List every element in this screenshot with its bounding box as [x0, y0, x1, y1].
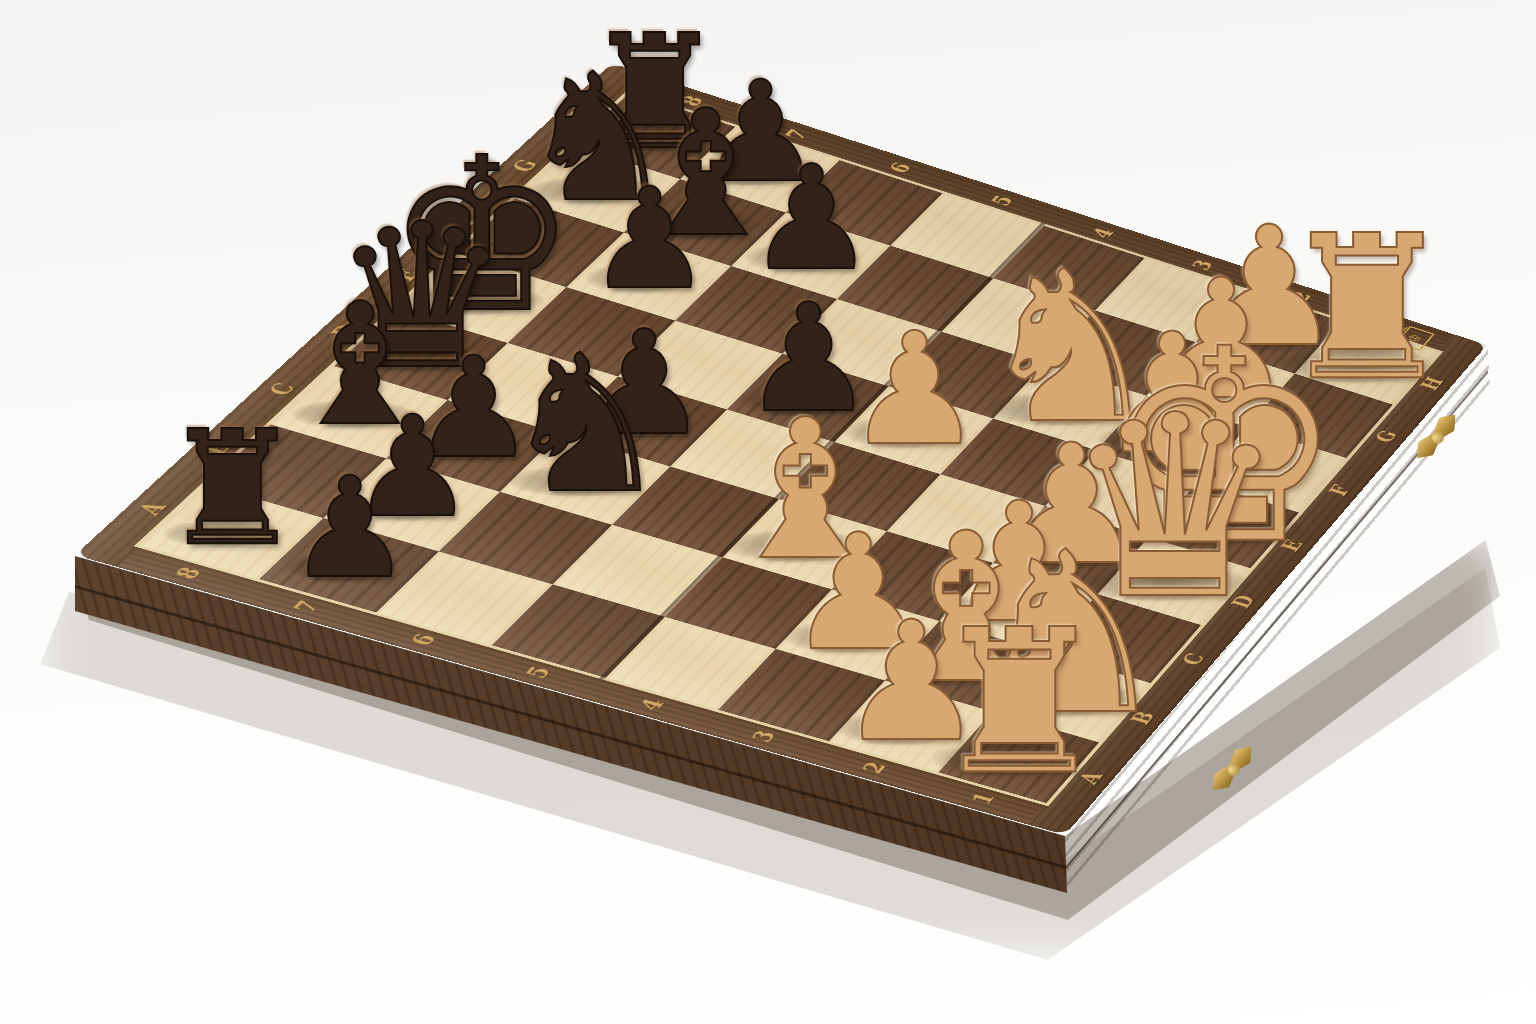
black-pawn-a7[interactable]: ♟ [288, 459, 413, 598]
black-knight-c6[interactable]: ♞ [501, 330, 671, 520]
pieces-layer: ♜♞♛♚♜♟♝♟♟♟♟♟♟♞♝♟♜♝♛♚♞♜♟♟♟♟♝♟♞♟♟♟ [0, 0, 1536, 1024]
photo-stage: AA88BB77CC66DD55EE44FF33GG22HH11 ♔ ♜♞♛♚♜… [0, 0, 1536, 1024]
black-rook-a8[interactable]: ♜ [162, 409, 304, 567]
black-pawn-g6[interactable]: ♟ [747, 146, 876, 290]
black-pawn-f7[interactable]: ♟ [587, 170, 712, 309]
white-rook-a1[interactable]: ♜ [930, 603, 1108, 802]
